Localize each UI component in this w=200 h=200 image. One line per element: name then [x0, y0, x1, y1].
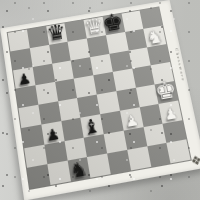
photo-background: ♛♛♚♞♟♚♟♝♟♟♞ Chessware ❖	[0, 0, 200, 200]
board-grid: ♛♛♚♞♟♚♟♝♟♟♞	[7, 6, 192, 190]
chess-board: ♛♛♚♞♟♚♟♝♟♟♞ Chessware ❖	[0, 0, 200, 200]
black-knight-piece: ♞	[69, 158, 90, 181]
square-h1	[167, 140, 191, 164]
brand-label: Chessware	[174, 48, 186, 82]
corner-ornament-icon: ❖	[189, 152, 200, 169]
